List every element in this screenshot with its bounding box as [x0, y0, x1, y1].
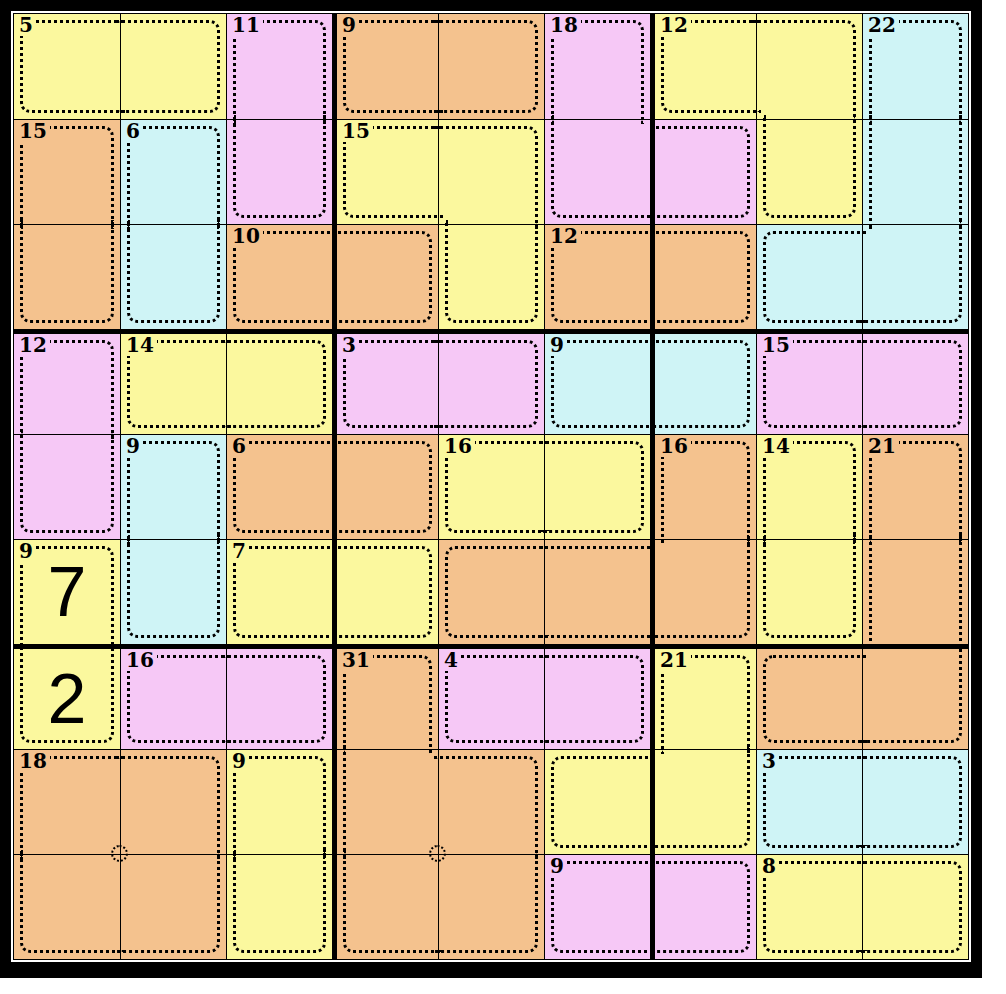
cell-r1c7[interactable]: 12 [650, 14, 756, 119]
cell-r8c3[interactable]: 9 [226, 749, 332, 854]
cage-border [343, 850, 443, 953]
cage-border [116, 850, 220, 953]
cell-r2c9[interactable] [862, 119, 968, 224]
cell-r2c1[interactable]: 15 [14, 119, 120, 224]
cage-sum-label: 15 [341, 120, 373, 142]
cell-r2c7[interactable] [650, 119, 756, 224]
cage-border [858, 644, 962, 743]
cage-border [445, 220, 538, 323]
cage-border [233, 850, 326, 953]
cell-r7c8[interactable] [756, 644, 862, 749]
cage-sum-label: 8 [761, 855, 779, 877]
cell-r2c3[interactable] [226, 119, 332, 224]
cage-border [650, 231, 750, 323]
cell-r7c2[interactable]: 16 [120, 644, 226, 749]
cage-sum-label: 14 [125, 334, 157, 356]
cage-sum-label: 21 [659, 649, 691, 671]
cell-r4c7[interactable] [650, 329, 756, 434]
cell-r9c4[interactable] [332, 854, 438, 959]
cell-r1c4[interactable]: 9 [332, 14, 438, 119]
cage-border [650, 745, 750, 848]
cage-border [752, 20, 856, 124]
cell-r8c9[interactable] [862, 749, 968, 854]
cage-sum-label: 11 [231, 14, 263, 36]
cage-border [233, 115, 326, 218]
cell-r9c6[interactable]: 9 [544, 854, 650, 959]
sudoku-grid: 5119181222156151012121439159616161421977… [13, 13, 969, 960]
cage-sum-label: 16 [443, 435, 475, 457]
cell-r6c4[interactable] [332, 539, 438, 644]
cage-border [540, 655, 644, 743]
cage-border [434, 756, 538, 859]
cage-sum-label: 6 [125, 120, 143, 142]
cage-border [445, 546, 549, 638]
cell-r5c1[interactable] [14, 434, 120, 539]
cage-sum-label: 18 [549, 14, 581, 36]
cage-border [551, 115, 655, 218]
cage-border [858, 756, 962, 848]
cage-sum-label: 6 [231, 435, 249, 457]
cage-sum-label: 18 [18, 750, 50, 772]
cell-r1c9[interactable]: 22 [862, 14, 968, 119]
cell-r2c5[interactable] [438, 119, 544, 224]
cage-border [763, 231, 867, 323]
cage-sum-label: 14 [761, 435, 793, 457]
cell-r9c8[interactable]: 8 [756, 854, 862, 959]
cage-border [551, 756, 655, 848]
cage-sum-label: 9 [18, 540, 36, 562]
cell-r7c5[interactable]: 4 [438, 644, 544, 749]
cage-sum-label: 5 [18, 14, 36, 36]
cage-border [116, 756, 220, 859]
cell-r4c3[interactable] [226, 329, 332, 434]
cage-sum-label: 22 [867, 14, 899, 36]
cell-r4c2[interactable]: 14 [120, 329, 226, 434]
cell-r2c6[interactable] [544, 119, 650, 224]
cell-r4c5[interactable] [438, 329, 544, 434]
cell-r6c9[interactable] [862, 539, 968, 644]
cell-r6c6[interactable] [544, 539, 650, 644]
cell-r8c2[interactable] [120, 749, 226, 854]
cell-r4c4[interactable]: 3 [332, 329, 438, 434]
cell-r1c2[interactable] [120, 14, 226, 119]
cage-sum-label: 16 [125, 649, 157, 671]
cage-border [540, 441, 644, 533]
cage-border [20, 850, 125, 953]
cage-border [858, 220, 962, 323]
cell-r3c8[interactable] [756, 224, 862, 329]
cage-sum-label: 10 [231, 225, 263, 247]
cell-r5c5[interactable]: 16 [438, 434, 544, 539]
cage-border [650, 861, 750, 953]
cell-r9c1[interactable] [14, 854, 120, 959]
cell-r8c7[interactable] [650, 749, 756, 854]
cell-r4c8[interactable]: 15 [756, 329, 862, 434]
cage-sum-label: 31 [341, 649, 373, 671]
cage-border [434, 126, 538, 229]
cage-border [20, 430, 114, 533]
cell-r1c5[interactable] [438, 14, 544, 119]
cage-sum-label: 9 [341, 14, 359, 36]
cage-border [858, 340, 962, 428]
cell-r6c1[interactable]: 97 [14, 539, 120, 644]
cell-r2c2[interactable]: 6 [120, 119, 226, 224]
cell-r7c3[interactable] [226, 644, 332, 749]
cage-sum-label: 21 [867, 435, 899, 457]
cell-r6c2[interactable] [120, 539, 226, 644]
cell-r2c8[interactable] [756, 119, 862, 224]
cage-border [650, 535, 750, 638]
killer-sudoku-board: 5119181222156151012121439159616161421977… [0, 0, 982, 978]
cell-r7c6[interactable] [544, 644, 650, 749]
cage-sum-label: 4 [443, 649, 461, 671]
cell-r5c9[interactable]: 21 [862, 434, 968, 539]
cage-border [127, 220, 220, 323]
cage-border [858, 861, 962, 953]
cell-r5c3[interactable]: 6 [226, 434, 332, 539]
cage-sum-label: 9 [549, 855, 567, 877]
cell-r1c8[interactable] [756, 14, 862, 119]
cage-border [763, 535, 856, 638]
cell-r4c6[interactable]: 9 [544, 329, 650, 434]
cell-r5c8[interactable]: 14 [756, 434, 862, 539]
cell-r8c4[interactable] [332, 749, 438, 854]
cage-sum-label: 16 [659, 435, 691, 457]
cell-r9c3[interactable] [226, 854, 332, 959]
cage-sum-label: 9 [125, 435, 143, 457]
cell-r6c7[interactable] [650, 539, 756, 644]
cell-r8c5[interactable] [438, 749, 544, 854]
cell-r4c1[interactable]: 12 [14, 329, 120, 434]
cell-r3c6[interactable]: 12 [544, 224, 650, 329]
cell-r1c3[interactable]: 11 [226, 14, 332, 119]
cage-sum-label: 3 [341, 334, 359, 356]
cage-sum-label: 15 [761, 334, 793, 356]
cage-sum-label: 3 [761, 750, 779, 772]
cell-r2c4[interactable]: 15 [332, 119, 438, 224]
cell-r9c5[interactable] [438, 854, 544, 959]
cell-r5c7[interactable]: 16 [650, 434, 756, 539]
cell-r3c7[interactable] [650, 224, 756, 329]
cell-r8c1[interactable]: 18 [14, 749, 120, 854]
cell-r4c9[interactable] [862, 329, 968, 434]
cell-r6c8[interactable] [756, 539, 862, 644]
cell-r1c6[interactable]: 18 [544, 14, 650, 119]
cell-r9c2[interactable] [120, 854, 226, 959]
cage-border [434, 850, 538, 953]
cage-border [127, 535, 220, 638]
cell-r3c9[interactable] [862, 224, 968, 329]
cell-r3c1[interactable] [14, 224, 120, 329]
cage-sum-label: 15 [18, 120, 50, 142]
cell-r5c2[interactable]: 9 [120, 434, 226, 539]
cell-r3c5[interactable] [438, 224, 544, 329]
cage-border [650, 126, 750, 218]
cell-r3c4[interactable] [332, 224, 438, 329]
cage-sum-label: 12 [659, 14, 691, 36]
cell-r7c9[interactable] [862, 644, 968, 749]
cage-border [540, 546, 655, 638]
given-digit: 2 [14, 649, 120, 749]
cell-r3c3[interactable]: 10 [226, 224, 332, 329]
cage-border [869, 535, 962, 649]
cage-border [20, 644, 114, 743]
cage-border [222, 340, 326, 428]
cage-sum-label: 9 [549, 334, 567, 356]
cage-border [332, 441, 432, 533]
cage-border [434, 20, 538, 113]
cage-border [869, 115, 962, 229]
cage-sum-label: 7 [231, 540, 249, 562]
cage-sum-label: 9 [231, 750, 249, 772]
cell-r5c6[interactable] [544, 434, 650, 539]
cage-border [20, 220, 114, 323]
cage-sum-label: 12 [18, 334, 50, 356]
page: { "game": "killer-sudoku", "title": "Kil… [0, 0, 1006, 978]
cell-r9c9[interactable] [862, 854, 968, 959]
cage-border [650, 340, 750, 428]
cage-border [116, 20, 220, 113]
cage-border [763, 655, 867, 743]
cell-r7c1[interactable]: 2 [14, 644, 120, 749]
cage-border [222, 655, 326, 743]
cell-r5c4[interactable] [332, 434, 438, 539]
cage-border [343, 745, 443, 859]
cage-border [434, 340, 538, 428]
cage-border [332, 546, 432, 638]
cell-r9c7[interactable] [650, 854, 756, 959]
cage-border [763, 115, 856, 218]
cell-r6c3[interactable]: 7 [226, 539, 332, 644]
cell-r6c5[interactable] [438, 539, 544, 644]
cell-r8c6[interactable] [544, 749, 650, 854]
cell-r7c4[interactable]: 31 [332, 644, 438, 749]
cell-r7c7[interactable]: 21 [650, 644, 756, 749]
cage-sum-label: 12 [549, 225, 581, 247]
cage-border [332, 231, 432, 323]
cell-r1c1[interactable]: 5 [14, 14, 120, 119]
cell-r3c2[interactable] [120, 224, 226, 329]
cell-r8c8[interactable]: 3 [756, 749, 862, 854]
